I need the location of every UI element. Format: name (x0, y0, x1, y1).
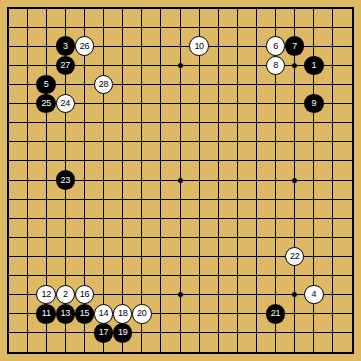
go-diagram: 1234567891011121314151617181920212223242… (0, 0, 361, 361)
stone-move-number: 16 (80, 290, 89, 299)
stone-5-black: 5 (36, 75, 56, 95)
stone-move-number: 21 (271, 309, 280, 318)
stone-move-number: 27 (61, 61, 70, 70)
stone-move-number: 26 (80, 42, 89, 51)
stone-move-number: 11 (42, 309, 51, 318)
stone-move-number: 24 (61, 99, 70, 108)
stone-move-number: 10 (194, 42, 203, 51)
grid-line-vertical (237, 8, 238, 353)
stone-26-white: 26 (75, 36, 95, 56)
grid-line-horizontal (8, 199, 353, 200)
stone-20-white: 20 (132, 304, 152, 324)
stone-9-black: 9 (304, 94, 324, 114)
stone-10-white: 10 (189, 36, 209, 56)
stone-move-number: 19 (118, 328, 127, 337)
grid-line-horizontal (8, 332, 353, 333)
grid-line-vertical (256, 8, 257, 353)
stone-move-number: 17 (99, 328, 108, 337)
stone-move-number: 8 (273, 61, 278, 70)
stone-move-number: 6 (273, 42, 278, 51)
grid-line-vertical (199, 8, 200, 353)
stone-15-black: 15 (75, 304, 95, 324)
stone-move-number: 13 (61, 309, 70, 318)
stone-move-number: 28 (99, 80, 108, 89)
grid-line-horizontal (8, 352, 353, 353)
stone-move-number: 14 (99, 309, 108, 318)
stone-move-number: 5 (44, 80, 49, 89)
stone-21-black: 21 (266, 304, 286, 324)
grid-line-vertical (218, 8, 219, 353)
star-point (178, 178, 183, 183)
stone-move-number: 1 (311, 61, 316, 70)
stone-6-white: 6 (266, 36, 286, 56)
grid-line-vertical (332, 8, 333, 353)
stone-27-black: 27 (56, 56, 76, 76)
stone-17-black: 17 (94, 323, 114, 343)
star-point (178, 63, 183, 68)
star-point (292, 63, 297, 68)
stone-18-white: 18 (113, 304, 133, 324)
star-point (178, 292, 183, 297)
stone-move-number: 23 (61, 176, 70, 185)
grid-line-horizontal (8, 275, 353, 276)
stone-move-number: 12 (42, 290, 51, 299)
stone-3-black: 3 (56, 36, 76, 56)
stone-23-black: 23 (56, 170, 76, 190)
stone-19-black: 19 (113, 323, 133, 343)
grid-line-vertical (352, 8, 353, 353)
stone-move-number: 20 (137, 309, 146, 318)
stone-14-white: 14 (94, 304, 114, 324)
stone-move-number: 2 (63, 290, 68, 299)
stone-move-number: 3 (63, 42, 68, 51)
stone-move-number: 4 (311, 290, 316, 299)
stone-11-black: 11 (36, 304, 56, 324)
stone-move-number: 25 (42, 99, 51, 108)
go-board: 1234567891011121314151617181920212223242… (0, 0, 361, 361)
stone-move-number: 18 (118, 309, 127, 318)
stone-1-black: 1 (304, 56, 324, 76)
stone-move-number: 22 (290, 252, 299, 261)
stone-move-number: 15 (80, 309, 89, 318)
stone-13-black: 13 (56, 304, 76, 324)
stone-25-black: 25 (36, 94, 56, 114)
grid-line-horizontal (8, 218, 353, 219)
grid-line-horizontal (8, 237, 353, 238)
star-point (292, 178, 297, 183)
stone-4-white: 4 (304, 285, 324, 305)
stone-move-number: 7 (292, 42, 297, 51)
stone-move-number: 9 (311, 99, 316, 108)
